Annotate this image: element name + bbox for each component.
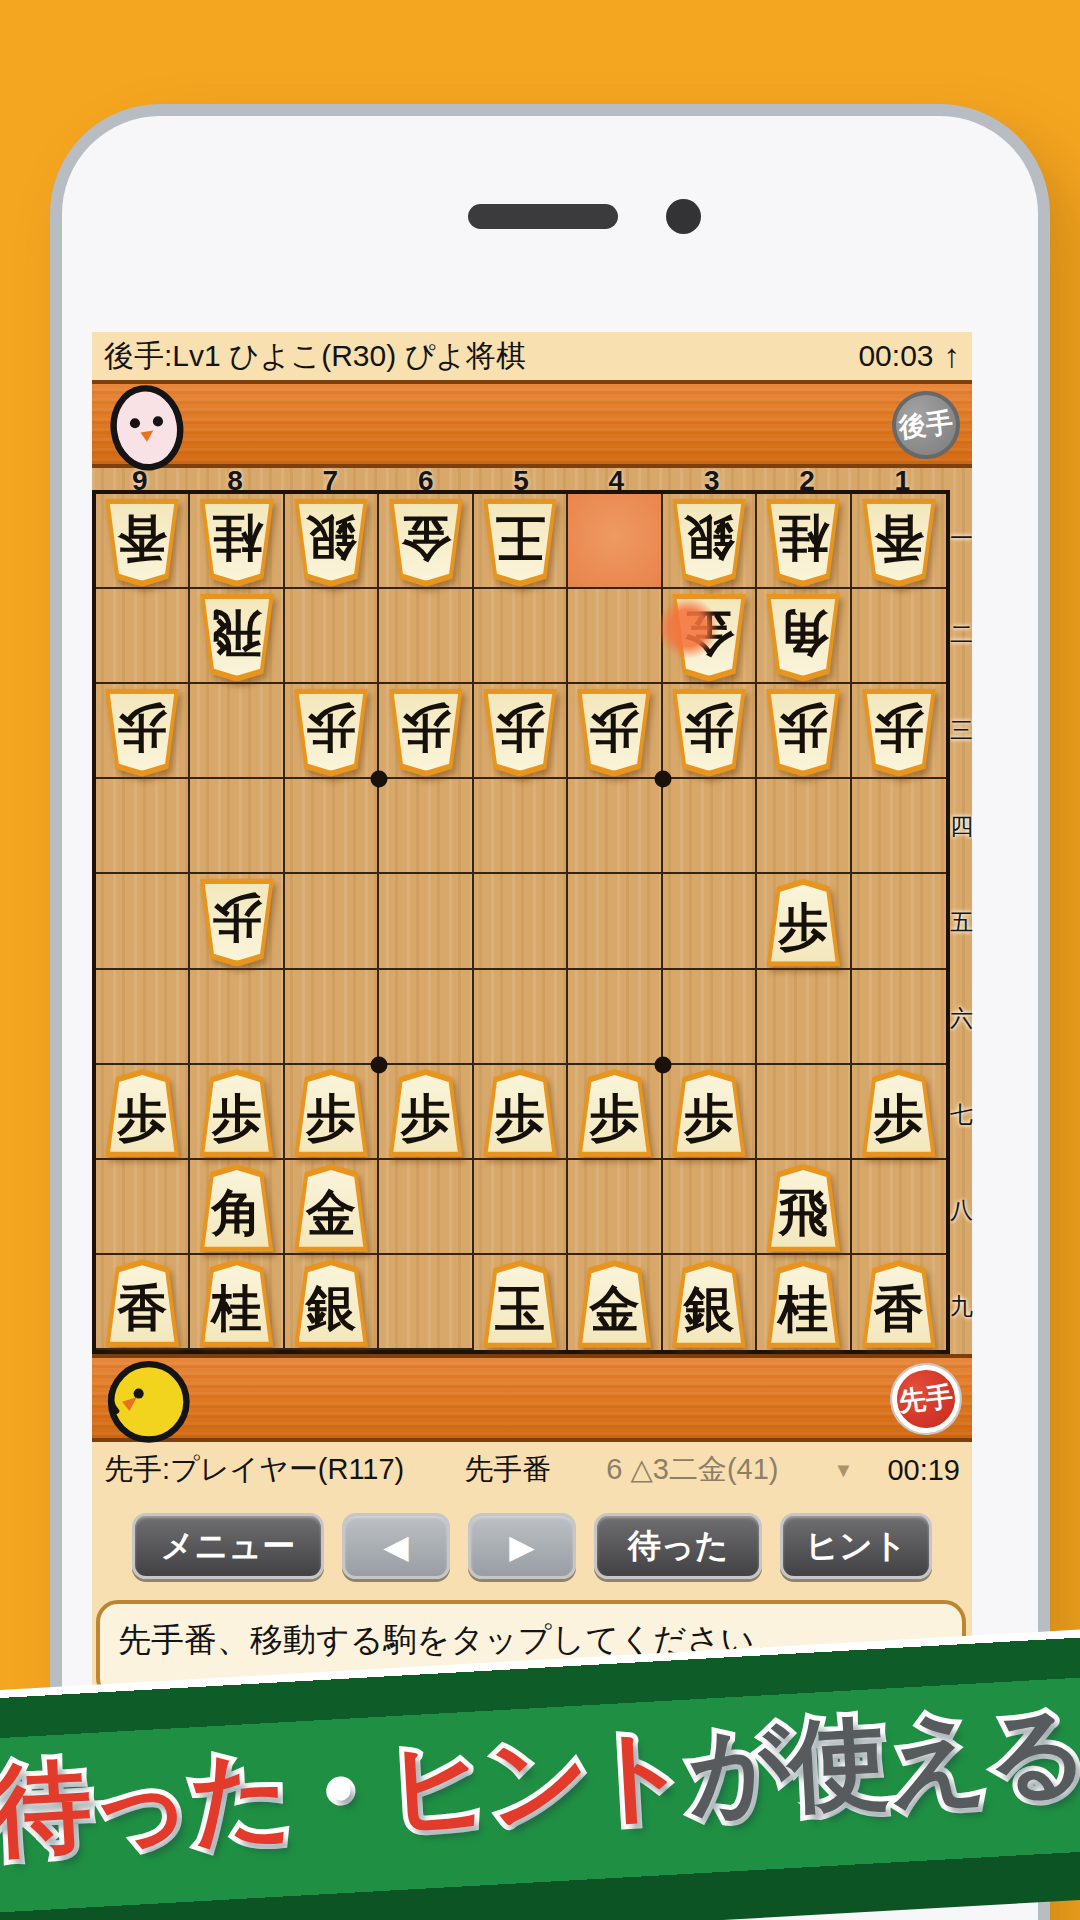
banner-segment: 待った [0, 1738, 293, 1866]
board-cell[interactable] [852, 1160, 946, 1255]
undo-button[interactable]: 待った [594, 1513, 762, 1579]
board-cell[interactable]: 角 [757, 589, 851, 684]
shogi-piece[interactable]: 歩 [102, 1069, 182, 1157]
board-cell[interactable] [852, 779, 946, 874]
board-cell[interactable]: 歩 [96, 684, 190, 779]
shogi-piece[interactable]: 香 [859, 498, 939, 586]
board-cell[interactable]: 香 [96, 1255, 190, 1350]
hint-button[interactable]: ヒント [780, 1513, 932, 1579]
rank-label: 四 [950, 778, 973, 874]
shogi-piece[interactable]: 桂 [197, 1259, 277, 1347]
player-info-text: 先手:プレイヤー(R117) [104, 1450, 404, 1490]
shogi-piece[interactable]: 角 [197, 1164, 277, 1252]
board-cell[interactable] [96, 589, 190, 684]
board-cell[interactable] [96, 874, 190, 969]
board-cell[interactable] [568, 970, 662, 1065]
shogi-piece[interactable]: 歩 [291, 689, 371, 777]
shogi-piece[interactable]: 歩 [669, 689, 749, 777]
board-cell[interactable]: 飛 [757, 1160, 851, 1255]
shogi-piece[interactable]: 桂 [197, 498, 277, 586]
board-grid: 香桂銀金王銀桂香飛金角歩歩歩歩歩歩歩歩歩歩歩歩歩歩歩歩歩歩角金飛香桂銀玉金銀桂香 [92, 490, 950, 1354]
board-cell[interactable]: 歩 [474, 684, 568, 779]
shogi-piece[interactable]: 歩 [763, 689, 843, 777]
shogi-piece[interactable]: 金 [291, 1164, 371, 1252]
wood-grain-overlay [92, 384, 972, 464]
board-cell[interactable] [190, 779, 284, 874]
board-cell[interactable]: 香 [96, 494, 190, 589]
board-cell[interactable]: 歩 [285, 1065, 379, 1160]
board-cell[interactable] [568, 589, 662, 684]
banner-segment: ・ [287, 1732, 391, 1849]
board-cell[interactable] [379, 1255, 473, 1350]
board-cell[interactable]: 桂 [757, 494, 851, 589]
gote-chick-avatar [100, 380, 192, 472]
promo-banner-text: 待った・ヒントが使える [0, 1684, 1080, 1880]
shogi-piece[interactable]: 飛 [197, 593, 277, 681]
board-cell[interactable]: 金 [379, 494, 473, 589]
board-cell[interactable] [474, 589, 568, 684]
shogi-piece[interactable]: 歩 [480, 689, 560, 777]
shogi-piece[interactable]: 歩 [574, 1069, 654, 1157]
sente-chick-avatar [100, 1354, 192, 1446]
prev-move-button[interactable]: ◀ [342, 1513, 450, 1579]
board-cell[interactable]: 歩 [757, 874, 851, 969]
sente-player-bar: 先手 [92, 1354, 972, 1442]
status-bar: 後手:Lv1 ひよこ(R30) ぴよ将棋 00:03 ↑ [92, 332, 972, 380]
shogi-piece[interactable]: 香 [102, 1259, 182, 1347]
rank-label: 三 [950, 682, 973, 778]
shogi-piece[interactable]: 香 [859, 1260, 939, 1348]
shogi-piece[interactable]: 金 [669, 593, 749, 681]
shogi-piece[interactable]: 歩 [669, 1069, 749, 1157]
board-cell[interactable] [379, 874, 473, 969]
board-cell[interactable] [568, 874, 662, 969]
shogi-piece[interactable]: 歩 [480, 1069, 560, 1157]
board-cell[interactable]: 歩 [379, 684, 473, 779]
shogi-piece[interactable]: 歩 [386, 1069, 466, 1157]
shogi-piece[interactable]: 歩 [197, 879, 277, 967]
shogi-piece[interactable]: 玉 [480, 1260, 560, 1348]
board-cell[interactable] [757, 970, 851, 1065]
rank-coordinates: 一二三四五六七八九 [950, 490, 972, 1354]
board-cell[interactable] [190, 970, 284, 1065]
board-cell[interactable]: 角 [190, 1160, 284, 1255]
board-cell[interactable]: 歩 [285, 684, 379, 779]
board-cell[interactable] [568, 779, 662, 874]
board-cell[interactable] [285, 970, 379, 1065]
board-cell[interactable] [474, 779, 568, 874]
turn-indicator: 先手番 [464, 1450, 551, 1490]
shogi-piece[interactable]: 金 [386, 498, 466, 586]
shogi-piece[interactable]: 歩 [197, 1069, 277, 1157]
hoshi-dot [654, 771, 671, 788]
board-cell[interactable] [852, 589, 946, 684]
shogi-board: 987654321 一二三四五六七八九 香桂銀金王銀桂香飛金角歩歩歩歩歩歩歩歩歩… [92, 468, 972, 1354]
shogi-piece[interactable]: 歩 [859, 689, 939, 777]
board-cell[interactable]: 銀 [285, 1255, 379, 1350]
board-cell[interactable]: 歩 [663, 684, 757, 779]
shogi-piece[interactable]: 金 [574, 1260, 654, 1348]
board-cell[interactable]: 銀 [285, 494, 379, 589]
board-cell[interactable] [663, 1160, 757, 1255]
gote-player-bar: 後手 [92, 380, 972, 468]
rank-label: 五 [950, 874, 973, 970]
board-cell[interactable] [379, 589, 473, 684]
hoshi-dot [654, 1056, 671, 1073]
board-cell[interactable]: 銀 [663, 1255, 757, 1350]
app-screen: 後手:Lv1 ひよこ(R30) ぴよ将棋 00:03 ↑ 後手 98765432… [92, 332, 972, 1700]
board-cell[interactable]: 香 [852, 494, 946, 589]
board-cell[interactable] [96, 1160, 190, 1255]
shogi-piece[interactable]: 銀 [669, 498, 749, 586]
board-cell[interactable] [568, 494, 662, 589]
board-cell[interactable] [474, 1160, 568, 1255]
board-cell[interactable]: 歩 [190, 874, 284, 969]
board-cell[interactable]: 飛 [190, 589, 284, 684]
board-cell[interactable] [757, 1065, 851, 1160]
scroll-up-arrow-icon[interactable]: ↑ [944, 337, 961, 375]
board-cell[interactable] [852, 874, 946, 969]
board-cell[interactable] [190, 684, 284, 779]
phone-speaker-slot [468, 204, 618, 229]
control-button-row: メニュー◀▶待ったヒント [92, 1498, 972, 1588]
file-coordinates: 987654321 [92, 468, 950, 490]
board-cell[interactable]: 歩 [474, 1065, 568, 1160]
shogi-piece[interactable]: 歩 [386, 689, 466, 777]
shogi-piece[interactable]: 銀 [669, 1260, 749, 1348]
board-cell[interactable] [379, 1160, 473, 1255]
rank-label: 一 [950, 490, 973, 586]
rank-label: 七 [950, 1066, 973, 1162]
board-cell[interactable] [285, 589, 379, 684]
rank-label: 六 [950, 970, 973, 1066]
board-cell[interactable]: 王 [474, 494, 568, 589]
chevron-down-icon[interactable]: ▼ [833, 1459, 853, 1482]
shogi-piece[interactable]: 王 [480, 498, 560, 586]
rank-label: 九 [950, 1258, 973, 1354]
next-move-button[interactable]: ▶ [468, 1513, 576, 1579]
shogi-piece[interactable]: 歩 [102, 689, 182, 777]
banner-segment: が使える [685, 1693, 1080, 1827]
shogi-piece[interactable]: 歩 [291, 1069, 371, 1157]
board-cell[interactable]: 歩 [852, 684, 946, 779]
shogi-piece[interactable]: 銀 [291, 498, 371, 586]
wood-grain-overlay [92, 1358, 972, 1438]
board-cell[interactable]: 歩 [379, 1065, 473, 1160]
board-cell[interactable]: 桂 [757, 1255, 851, 1350]
info-bar: 先手:プレイヤー(R117) 先手番 6 △3二金(41) ▼ 00:19 [92, 1442, 972, 1498]
board-cell[interactable]: 歩 [568, 1065, 662, 1160]
board-cell[interactable]: 歩 [568, 684, 662, 779]
board-cell[interactable]: 香 [852, 1255, 946, 1350]
shogi-piece[interactable]: 歩 [763, 879, 843, 967]
hoshi-dot [371, 771, 388, 788]
board-cell[interactable] [663, 874, 757, 969]
board-cell[interactable]: 金 [285, 1160, 379, 1255]
shogi-piece[interactable]: 角 [763, 593, 843, 681]
player-clock: 00:19 [887, 1454, 960, 1487]
menu-button[interactable]: メニュー [132, 1513, 324, 1579]
board-cell[interactable]: 銀 [663, 494, 757, 589]
last-move-display[interactable]: 6 △3二金(41) [606, 1450, 778, 1490]
opponent-clock: 00:03 [858, 339, 933, 373]
board-cell[interactable]: 歩 [852, 1065, 946, 1160]
board-cell[interactable] [757, 779, 851, 874]
rank-label: 二 [950, 586, 973, 682]
hoshi-dot [371, 1056, 388, 1073]
screenshot-stage: 後手:Lv1 ひよこ(R30) ぴよ将棋 00:03 ↑ 後手 98765432… [0, 0, 1080, 1920]
board-cell[interactable] [96, 779, 190, 874]
phone-camera-dot [666, 199, 701, 234]
rank-label: 八 [950, 1162, 973, 1258]
board-cell[interactable] [663, 970, 757, 1065]
board-cell[interactable]: 歩 [757, 684, 851, 779]
board-cell[interactable]: 歩 [96, 1065, 190, 1160]
board-cell[interactable] [663, 779, 757, 874]
shogi-piece[interactable]: 飛 [763, 1164, 843, 1252]
shogi-piece[interactable]: 桂 [763, 498, 843, 586]
board-cell[interactable]: 金 [663, 589, 757, 684]
board-cell[interactable] [379, 779, 473, 874]
shogi-piece[interactable]: 歩 [574, 689, 654, 777]
opponent-info-text: 後手:Lv1 ひよこ(R30) ぴよ将棋 [104, 336, 526, 377]
board-cell[interactable] [474, 874, 568, 969]
board-cell[interactable]: 桂 [190, 494, 284, 589]
board-cell[interactable] [379, 970, 473, 1065]
shogi-piece[interactable]: 歩 [859, 1069, 939, 1157]
board-cell[interactable]: 歩 [190, 1065, 284, 1160]
board-cell[interactable] [568, 1160, 662, 1255]
board-cell[interactable] [474, 970, 568, 1065]
board-cell[interactable] [285, 874, 379, 969]
board-cell[interactable]: 歩 [663, 1065, 757, 1160]
board-cell[interactable]: 桂 [190, 1255, 284, 1350]
board-cell[interactable]: 玉 [474, 1255, 568, 1350]
board-cell[interactable] [96, 970, 190, 1065]
shogi-piece[interactable]: 桂 [763, 1260, 843, 1348]
board-cell[interactable] [852, 970, 946, 1065]
board-cell[interactable]: 金 [568, 1255, 662, 1350]
board-cell[interactable] [285, 779, 379, 874]
banner-segment: ヒント [385, 1715, 692, 1844]
shogi-piece[interactable]: 銀 [291, 1259, 371, 1347]
shogi-piece[interactable]: 香 [102, 498, 182, 586]
